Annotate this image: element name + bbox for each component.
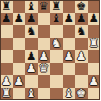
square-h1[interactable] [88,88,101,101]
square-d8[interactable]: ♛ [38,0,51,13]
square-g6[interactable]: ♞ [75,25,88,38]
square-b2[interactable]: ♟ [13,75,26,88]
square-a3[interactable] [0,63,13,76]
square-h2[interactable]: ♟ [88,75,101,88]
piece-white-pawn-c3: ♟ [26,63,36,75]
square-a4[interactable] [0,50,13,63]
square-b8[interactable] [13,0,26,13]
piece-black-pawn-c7: ♟ [26,13,36,25]
square-e1[interactable] [50,88,63,101]
chess-board: ♜♝♛♜♚♟♟♟♝♟♟♟♞♞♞♜♟♟♟♟♟♛♟♟♟♜♝♝♚ [0,0,100,100]
square-f4[interactable]: ♟ [63,50,76,63]
square-h6[interactable] [88,25,101,38]
square-a2[interactable]: ♟ [0,75,13,88]
square-a5[interactable] [0,38,13,51]
piece-black-pawn-c4: ♟ [26,50,36,62]
square-f2[interactable] [63,75,76,88]
square-b4[interactable] [13,50,26,63]
square-f8[interactable] [63,0,76,13]
piece-black-rook-e8: ♜ [51,0,61,12]
square-g4[interactable]: ♟ [75,50,88,63]
square-e7[interactable]: ♝ [50,13,63,26]
piece-white-king-g1: ♚ [76,88,86,100]
square-h5[interactable]: ♜ [88,38,101,51]
square-h7[interactable]: ♟ [88,13,101,26]
piece-white-queen-d3: ♛ [39,63,49,75]
square-b1[interactable] [13,88,26,101]
piece-black-pawn-f7: ♟ [64,13,74,25]
square-e4[interactable] [50,50,63,63]
piece-white-pawn-f4: ♟ [64,50,74,62]
square-a1[interactable]: ♜ [0,88,13,101]
square-g2[interactable] [75,75,88,88]
square-e2[interactable] [50,75,63,88]
square-c4[interactable]: ♟ [25,50,38,63]
square-a8[interactable]: ♜ [0,0,13,13]
square-a6[interactable] [0,25,13,38]
piece-white-pawn-a2: ♟ [1,75,11,87]
piece-white-bishop-f1: ♝ [64,88,74,100]
piece-black-pawn-b7: ♟ [14,13,24,25]
square-g8[interactable]: ♚ [75,0,88,13]
square-d4[interactable]: ♟ [38,50,51,63]
piece-black-bishop-c8: ♝ [26,0,36,12]
square-h8[interactable] [88,0,101,13]
piece-black-pawn-a7: ♟ [1,13,11,25]
piece-white-rook-h5: ♜ [89,38,99,50]
piece-black-knight-g6: ♞ [76,25,86,37]
square-g3[interactable] [75,63,88,76]
square-g1[interactable]: ♚ [75,88,88,101]
square-a7[interactable]: ♟ [0,13,13,26]
square-f6[interactable] [63,25,76,38]
square-c2[interactable] [25,75,38,88]
piece-white-pawn-h2: ♟ [89,75,99,87]
piece-black-pawn-h7: ♟ [89,13,99,25]
square-c5[interactable] [25,38,38,51]
square-d1[interactable] [38,88,51,101]
square-b5[interactable] [13,38,26,51]
square-e6[interactable] [50,25,63,38]
piece-black-queen-d8: ♛ [39,0,49,12]
square-d2[interactable] [38,75,51,88]
piece-white-rook-a1: ♜ [1,88,11,100]
square-f7[interactable]: ♟ [63,13,76,26]
square-f5[interactable] [63,38,76,51]
piece-black-bishop-e7: ♝ [51,13,61,25]
square-c1[interactable]: ♝ [25,88,38,101]
square-e8[interactable]: ♜ [50,0,63,13]
square-b3[interactable] [13,63,26,76]
square-g5[interactable] [75,38,88,51]
square-b7[interactable]: ♟ [13,13,26,26]
piece-white-pawn-g4: ♟ [76,50,86,62]
piece-white-pawn-d4: ♟ [39,50,49,62]
square-d6[interactable] [38,25,51,38]
piece-white-knight-e5: ♞ [51,38,61,50]
square-b6[interactable] [13,25,26,38]
square-e3[interactable] [50,63,63,76]
piece-white-pawn-b2: ♟ [14,75,24,87]
piece-black-rook-a8: ♜ [1,0,11,12]
square-h4[interactable] [88,50,101,63]
square-f3[interactable] [63,63,76,76]
square-g7[interactable]: ♟ [75,13,88,26]
square-d3[interactable]: ♛ [38,63,51,76]
square-h3[interactable] [88,63,101,76]
square-c3[interactable]: ♟ [25,63,38,76]
square-e5[interactable]: ♞ [50,38,63,51]
piece-black-knight-c6: ♞ [26,25,36,37]
square-d5[interactable] [38,38,51,51]
square-f1[interactable]: ♝ [63,88,76,101]
chess-board-screenshot: ♜♝♛♜♚♟♟♟♝♟♟♟♞♞♞♜♟♟♟♟♟♛♟♟♟♜♝♝♚ [0,0,100,100]
square-c8[interactable]: ♝ [25,0,38,13]
square-c6[interactable]: ♞ [25,25,38,38]
piece-white-bishop-c1: ♝ [26,88,36,100]
square-d7[interactable] [38,13,51,26]
piece-black-king-g8: ♚ [76,0,86,12]
piece-black-pawn-g7: ♟ [76,13,86,25]
square-c7[interactable]: ♟ [25,13,38,26]
